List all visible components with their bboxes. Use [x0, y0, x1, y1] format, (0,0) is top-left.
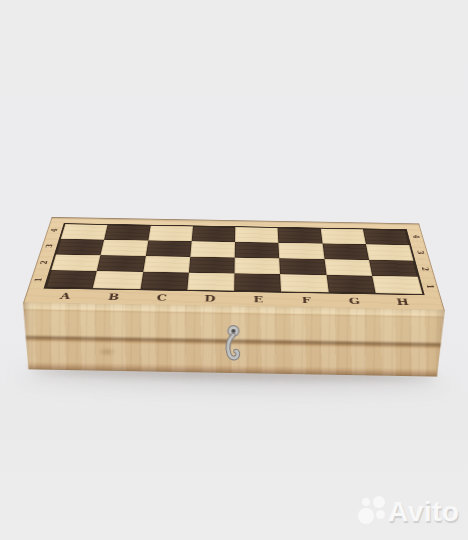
product-photo: ABCDEFGH 4321 4321 Avito: [0, 0, 468, 540]
square-b2: [97, 255, 145, 272]
square-a3: [56, 239, 104, 255]
square-f1: [280, 274, 328, 292]
square-f3: [279, 243, 325, 259]
square-c4: [148, 226, 193, 241]
square-b3: [101, 240, 148, 256]
square-b4: [104, 225, 150, 240]
square-c2: [143, 256, 190, 273]
avito-wordmark: Avito: [388, 496, 459, 527]
file-label-c: C: [137, 291, 187, 304]
square-f2: [279, 258, 326, 275]
square-e4: [235, 227, 279, 242]
square-e1: [234, 274, 281, 292]
file-label-a: A: [39, 290, 91, 303]
square-g4: [320, 229, 365, 244]
avito-logo-icon: [358, 496, 388, 527]
square-h1: [372, 276, 422, 294]
square-e3: [235, 242, 280, 258]
board-grid: [44, 223, 425, 295]
square-d2: [189, 257, 235, 274]
square-h2: [369, 260, 418, 277]
square-h3: [366, 244, 414, 260]
chess-box-assembly: ABCDEFGH 4321 4321: [0, 0, 468, 540]
square-b1: [93, 271, 143, 289]
avito-watermark: Avito: [358, 492, 460, 530]
square-f4: [278, 228, 322, 243]
file-label-e: E: [234, 293, 283, 306]
file-label-f: F: [282, 294, 331, 307]
square-a4: [61, 224, 108, 239]
square-d4: [191, 226, 235, 241]
file-label-d: D: [185, 292, 234, 305]
square-d1: [187, 273, 234, 291]
square-e2: [234, 257, 280, 274]
square-h4: [363, 229, 409, 245]
square-c3: [145, 240, 191, 256]
latch-clasp-icon: [222, 323, 245, 367]
file-label-h: H: [377, 296, 428, 309]
file-label-b: B: [88, 291, 139, 304]
square-g3: [322, 243, 369, 259]
square-g2: [324, 259, 372, 276]
file-label-g: G: [330, 295, 380, 308]
square-c1: [140, 272, 189, 290]
board-top-face: ABCDEFGH 4321 4321: [23, 217, 445, 311]
square-a2: [51, 254, 101, 271]
rank-label-right-4: 4: [408, 229, 426, 244]
square-g1: [326, 275, 375, 293]
square-d3: [190, 241, 235, 257]
square-a1: [46, 270, 97, 288]
